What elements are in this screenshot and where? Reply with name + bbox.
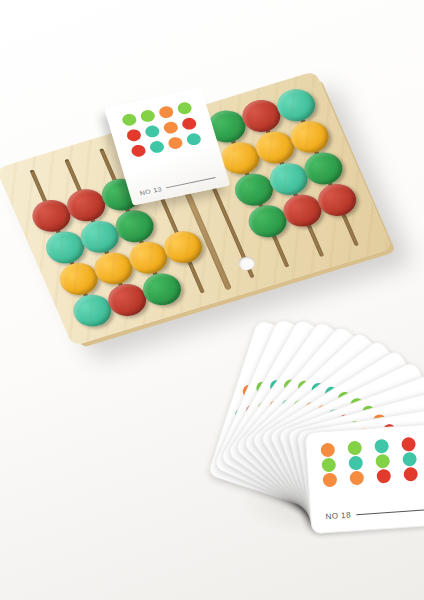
front-pattern-card[interactable]: NO 18 bbox=[305, 421, 424, 534]
orange-dot bbox=[162, 120, 179, 134]
orange-dot bbox=[320, 442, 335, 457]
teal-dot bbox=[348, 456, 363, 471]
front-card-dot-grid bbox=[320, 436, 424, 488]
standing-card-rule-line bbox=[166, 177, 216, 188]
green-dot bbox=[375, 454, 390, 469]
standing-card-dot-grid bbox=[118, 99, 206, 161]
puzzle-board: NO 13 bbox=[0, 71, 392, 346]
front-card-footer: NO 18 bbox=[325, 503, 424, 521]
front-card-label: NO 18 bbox=[325, 511, 351, 522]
teal-dot bbox=[144, 124, 161, 138]
red-dot bbox=[125, 128, 142, 142]
orange-dot bbox=[349, 471, 364, 486]
teal-dot bbox=[148, 140, 165, 154]
teal-dot bbox=[402, 452, 417, 467]
red-dot bbox=[403, 467, 418, 482]
teal-dot bbox=[185, 132, 202, 146]
green-dot bbox=[347, 441, 362, 456]
standing-card-label: NO 13 bbox=[139, 186, 163, 196]
product-photo-scene: NO 13 NO 18 bbox=[0, 0, 424, 600]
green-dot bbox=[321, 457, 336, 472]
green-dot bbox=[176, 101, 193, 115]
red-dot bbox=[401, 437, 416, 452]
red-dot bbox=[130, 144, 147, 158]
groove-end-hole bbox=[236, 255, 257, 272]
orange-dot bbox=[158, 105, 175, 119]
teal-dot bbox=[374, 439, 389, 454]
orange-dot bbox=[167, 136, 184, 150]
red-dot bbox=[181, 117, 198, 131]
red-dot bbox=[376, 469, 391, 484]
orange-dot bbox=[322, 472, 337, 487]
front-card-rule-line bbox=[356, 507, 424, 515]
green-dot bbox=[121, 113, 138, 127]
green-dot bbox=[139, 109, 156, 123]
